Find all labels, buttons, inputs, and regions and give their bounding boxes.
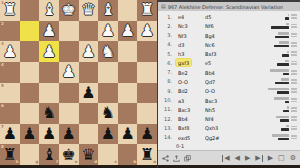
- square-f4[interactable]: [39, 62, 59, 83]
- move-time-labels: [290, 116, 300, 121]
- square-a4[interactable]: [137, 62, 157, 83]
- move-time-bars: [235, 69, 290, 75]
- white-move[interactable]: exd5: [176, 134, 192, 141]
- black-move[interactable]: Bxc3: [203, 97, 219, 104]
- square-d5[interactable]: ♟: [79, 83, 99, 104]
- square-c5[interactable]: [98, 83, 118, 104]
- board-bottom-edge: [0, 165, 157, 168]
- square-h3[interactable]: 3♟: [0, 41, 20, 62]
- square-g1[interactable]: [20, 0, 40, 21]
- white-move[interactable]: gxf3: [176, 59, 191, 66]
- file-label: c: [114, 160, 116, 164]
- move-time-labels: [290, 42, 300, 47]
- black-P-piece[interactable]: ♟: [42, 126, 56, 142]
- square-h2[interactable]: 2: [0, 21, 20, 42]
- result-row: 0-1: [158, 142, 300, 150]
- square-b4[interactable]: [118, 62, 138, 83]
- square-c2[interactable]: ♟: [98, 21, 118, 42]
- move-number: 5.: [158, 51, 172, 57]
- black-K-piece[interactable]: ♚: [62, 146, 76, 162]
- move-time-bars: [235, 125, 290, 131]
- square-c7[interactable]: ♟: [98, 124, 118, 145]
- move-time-bars: [235, 97, 290, 103]
- square-e5[interactable]: [59, 83, 79, 104]
- move-number: 10.: [158, 97, 172, 103]
- black-move[interactable]: Bg4: [203, 32, 217, 39]
- first-move-icon[interactable]: ◀: [222, 155, 229, 162]
- move-number: 3.: [158, 32, 172, 38]
- move-row-7: 7.Be2Bb4: [158, 68, 300, 77]
- white-P-piece[interactable]: ♟: [62, 64, 76, 80]
- settings-gear-icon[interactable]: ⚙: [290, 155, 296, 162]
- square-e6[interactable]: [59, 103, 79, 124]
- black-move[interactable]: Bb4: [203, 69, 217, 76]
- black-P-piece[interactable]: ♟: [3, 126, 17, 142]
- square-a1[interactable]: ♜: [137, 0, 157, 21]
- white-R-piece[interactable]: ♜: [140, 2, 154, 18]
- black-P-piece[interactable]: ♟: [62, 126, 76, 142]
- square-g2[interactable]: [20, 21, 40, 42]
- square-d2[interactable]: [79, 21, 99, 42]
- file-label: b: [134, 160, 137, 164]
- square-e8[interactable]: e♚: [59, 144, 79, 165]
- move-time-labels: [290, 33, 300, 38]
- move-row-3: 3.Nf3Bg4: [158, 31, 300, 40]
- square-b8[interactable]: b: [118, 144, 138, 165]
- move-row-2: 2.Nc3Nf6: [158, 21, 300, 30]
- white-move[interactable]: Bb4: [176, 115, 190, 122]
- black-move[interactable]: d5: [203, 13, 213, 20]
- black-N-piece[interactable]: ♞: [101, 105, 115, 121]
- move-time-labels: [290, 135, 300, 140]
- square-h1[interactable]: 1♜: [0, 0, 20, 21]
- square-h5[interactable]: 5: [0, 83, 20, 104]
- black-move[interactable]: Nh5: [203, 106, 217, 113]
- square-f8[interactable]: f♝: [39, 144, 59, 165]
- move-time-bars: [235, 116, 290, 122]
- square-c4[interactable]: [98, 62, 118, 83]
- move-time-bars: [235, 60, 290, 66]
- square-h4[interactable]: 4: [0, 62, 20, 83]
- white-move[interactable]: Nc3: [176, 22, 190, 29]
- rank-label: 6: [1, 104, 4, 108]
- square-b7[interactable]: ♟: [118, 124, 138, 145]
- black-move[interactable]: Qg2#: [203, 134, 221, 141]
- export-icon[interactable]: [173, 155, 180, 162]
- move-time-labels: [290, 24, 300, 29]
- white-move[interactable]: a3: [176, 97, 186, 104]
- square-d6[interactable]: [79, 103, 99, 124]
- playback-controls: ◀ ◀ ▶ ▶ ▶ □ ⚙: [222, 155, 296, 162]
- chess-board[interactable]: 1♜♝♚♛♝♜2♟♟♟♟3♟♟♟♞4♟5♟6♞♞7♟♟♟♟♟♟♟8h♜gf♝e♚…: [0, 0, 157, 165]
- white-move[interactable]: Nf3: [176, 32, 189, 39]
- square-f5[interactable]: [39, 83, 59, 104]
- black-move[interactable]: Nf6: [203, 22, 216, 29]
- move-row-1: 1.e4d5: [158, 12, 300, 21]
- square-e3[interactable]: [59, 41, 79, 62]
- black-P-piece[interactable]: ♟: [140, 126, 154, 142]
- move-number: 9.: [158, 88, 172, 94]
- opening-title-bar: ▤ 967 Alekhine Defense: Scandinavian Var…: [158, 0, 300, 11]
- board-area: 1♜♝♚♛♝♜2♟♟♟♟3♟♟♟♞4♟5♟6♞♞7♟♟♟♟♟♟♟8h♜gf♝e♚…: [0, 0, 157, 168]
- square-b3[interactable]: [118, 41, 138, 62]
- black-R-piece[interactable]: ♜: [3, 146, 17, 162]
- square-d3[interactable]: ♟: [79, 41, 99, 62]
- square-a6[interactable]: [137, 103, 157, 124]
- square-d7[interactable]: [79, 124, 99, 145]
- black-B-piece[interactable]: ♝: [42, 146, 56, 162]
- square-g4[interactable]: [20, 62, 40, 83]
- white-move[interactable]: Bxf8: [176, 124, 191, 131]
- white-N-piece[interactable]: ♞: [101, 43, 115, 59]
- book-icon: ▤: [161, 4, 166, 9]
- square-e2[interactable]: [59, 21, 79, 42]
- move-number: 13.: [158, 125, 172, 131]
- black-move[interactable]: e5: [203, 59, 213, 66]
- square-f1[interactable]: ♝: [39, 0, 59, 21]
- rank-label: 2: [1, 22, 4, 26]
- black-move[interactable]: Nc6: [203, 41, 217, 48]
- move-number: 11.: [158, 106, 172, 112]
- move-number: 12.: [158, 116, 172, 122]
- square-b6[interactable]: [118, 103, 138, 124]
- bottom-toolbar: ◀ ◀ ▶ ▶ ▶ □ ⚙: [158, 150, 300, 165]
- square-e7[interactable]: ♟: [59, 124, 79, 145]
- last-move-icon[interactable]: ▶: [255, 155, 262, 162]
- white-move[interactable]: h3: [176, 50, 186, 57]
- square-g5[interactable]: [20, 83, 40, 104]
- white-K-piece[interactable]: ♚: [62, 2, 76, 18]
- white-P-piece[interactable]: ♟: [81, 43, 95, 59]
- white-B-piece[interactable]: ♝: [101, 2, 115, 18]
- move-time-bars: [235, 41, 290, 47]
- file-label: g: [35, 160, 38, 164]
- square-g6[interactable]: [20, 103, 40, 124]
- square-a8[interactable]: a♜: [137, 144, 157, 165]
- white-P-piece[interactable]: ♟: [42, 43, 56, 59]
- rank-label: 4: [1, 63, 4, 67]
- square-f3[interactable]: ♟: [39, 41, 59, 62]
- white-B-piece[interactable]: ♝: [42, 2, 56, 18]
- move-row-9: 9.Bd2O-O: [158, 86, 300, 95]
- move-row-5: 5.h3Bxf3: [158, 49, 300, 58]
- square-c8[interactable]: c: [98, 144, 118, 165]
- white-P-piece[interactable]: ♟: [140, 22, 154, 38]
- move-number: 2.: [158, 23, 172, 29]
- square-e1[interactable]: ♚: [59, 0, 79, 21]
- move-number: 8.: [158, 78, 172, 84]
- white-P-piece[interactable]: ♟: [101, 22, 115, 38]
- square-f6[interactable]: ♞: [39, 103, 59, 124]
- move-row-4: 4.d3Nc6: [158, 40, 300, 49]
- square-d8[interactable]: d♛: [79, 144, 99, 165]
- square-d1[interactable]: ♛: [79, 0, 99, 21]
- copy-icon[interactable]: [184, 155, 191, 162]
- white-move[interactable]: O-O: [176, 78, 190, 85]
- move-time-bars: [235, 78, 290, 84]
- move-number: 6.: [158, 60, 172, 66]
- move-time-labels: [290, 61, 300, 66]
- move-number: 1.: [158, 14, 172, 20]
- black-move[interactable]: Qd7: [203, 78, 217, 85]
- black-move[interactable]: Bxf3: [203, 50, 218, 57]
- white-Q-piece[interactable]: ♛: [81, 2, 95, 18]
- move-time-bars: [235, 51, 290, 57]
- move-number: 7.: [158, 69, 172, 75]
- move-time-labels: [290, 70, 300, 75]
- analysis-panel: ▤ 967 Alekhine Defense: Scandinavian Var…: [157, 0, 300, 168]
- opening-name: 967 Alekhine Defense: Scandinavian Varia…: [168, 4, 284, 10]
- square-c6[interactable]: ♞: [98, 103, 118, 124]
- move-number: 14.: [158, 134, 172, 140]
- white-move[interactable]: Bxc3: [176, 106, 192, 113]
- square-b5[interactable]: [118, 83, 138, 104]
- action-icons: [162, 155, 191, 162]
- rank-label: 5: [1, 84, 4, 88]
- move-time-bars: [235, 88, 290, 94]
- move-row-14: 14.exd5Qg2#: [158, 132, 300, 141]
- share-icon[interactable]: [162, 155, 169, 162]
- square-d4[interactable]: [79, 62, 99, 83]
- move-time-bars: [235, 32, 290, 38]
- black-R-piece[interactable]: ♜: [140, 146, 154, 162]
- move-time-labels: [290, 51, 300, 56]
- move-row-11: 11.Bxc3Nh5: [158, 105, 300, 114]
- move-time-labels: [290, 79, 300, 84]
- white-P-piece[interactable]: ♟: [42, 22, 56, 38]
- next-move-icon[interactable]: ▶: [245, 155, 250, 162]
- black-P-piece[interactable]: ♟: [22, 126, 36, 142]
- white-move[interactable]: Bd2: [176, 87, 190, 94]
- move-time-bars: [235, 14, 290, 20]
- game-result: 0-1: [176, 143, 184, 149]
- move-time-labels: [290, 14, 300, 19]
- play-icon[interactable]: ▶: [268, 155, 273, 162]
- square-b2[interactable]: ♟: [118, 21, 138, 42]
- white-P-piece[interactable]: ♟: [3, 43, 17, 59]
- square-a5[interactable]: [137, 83, 157, 104]
- move-time-labels: [290, 107, 300, 112]
- file-label: f: [56, 160, 58, 164]
- square-h6[interactable]: 6: [0, 103, 20, 124]
- move-time-labels: [290, 126, 300, 131]
- white-move[interactable]: e4: [176, 13, 186, 20]
- square-b1[interactable]: [118, 0, 138, 21]
- move-time-bars: [235, 23, 290, 29]
- move-row-12: 12.Bb4Nf4: [158, 114, 300, 123]
- move-row-6: 6.gxf3e5: [158, 58, 300, 67]
- black-N-piece[interactable]: ♞: [42, 105, 56, 121]
- square-a3[interactable]: [137, 41, 157, 62]
- white-move[interactable]: d3: [176, 41, 186, 48]
- square-a7[interactable]: ♟: [137, 124, 157, 145]
- move-row-8: 8.O-OQd7: [158, 77, 300, 86]
- square-g3[interactable]: [20, 41, 40, 62]
- white-P-piece[interactable]: ♟: [120, 22, 134, 38]
- stop-icon[interactable]: □: [278, 155, 285, 162]
- move-number: 4.: [158, 41, 172, 47]
- square-h8[interactable]: 8h♜: [0, 144, 20, 165]
- move-list[interactable]: 1.e4d52.Nc3Nf63.Nf3Bg44.d3Nc65.h3Bxf36.g…: [158, 11, 300, 142]
- move-time-bars: [235, 134, 290, 140]
- move-time-labels: [290, 88, 300, 93]
- square-h7[interactable]: 7♟: [0, 124, 20, 145]
- black-move[interactable]: Qxh3: [203, 124, 220, 131]
- square-f2[interactable]: ♟: [39, 21, 59, 42]
- move-row-10: 10.a3Bxc3: [158, 95, 300, 104]
- black-P-piece[interactable]: ♟: [81, 84, 95, 100]
- square-a2[interactable]: ♟: [137, 21, 157, 42]
- square-c1[interactable]: ♝: [98, 0, 118, 21]
- black-move[interactable]: Nf4: [203, 115, 216, 122]
- square-g7[interactable]: ♟: [20, 124, 40, 145]
- square-f7[interactable]: ♟: [39, 124, 59, 145]
- move-row-13: 13.Bxf8Qxh3: [158, 123, 300, 132]
- move-time-bars: [235, 106, 290, 112]
- move-time-labels: [290, 98, 300, 103]
- black-move[interactable]: O-O: [203, 87, 217, 94]
- square-g8[interactable]: g: [20, 144, 40, 165]
- white-R-piece[interactable]: ♜: [3, 2, 17, 18]
- chess-analysis-app: 1♜♝♚♛♝♜2♟♟♟♟3♟♟♟♞4♟5♟6♞♞7♟♟♟♟♟♟♟8h♜gf♝e♚…: [0, 0, 300, 168]
- black-P-piece[interactable]: ♟: [120, 126, 134, 142]
- panel-bottom-edge: [158, 165, 300, 168]
- square-e4[interactable]: ♟: [59, 62, 79, 83]
- black-P-piece[interactable]: ♟: [101, 126, 115, 142]
- white-move[interactable]: Be2: [176, 69, 190, 76]
- previous-move-icon[interactable]: ◀: [235, 155, 240, 162]
- square-c3[interactable]: ♞: [98, 41, 118, 62]
- black-Q-piece[interactable]: ♛: [81, 146, 95, 162]
